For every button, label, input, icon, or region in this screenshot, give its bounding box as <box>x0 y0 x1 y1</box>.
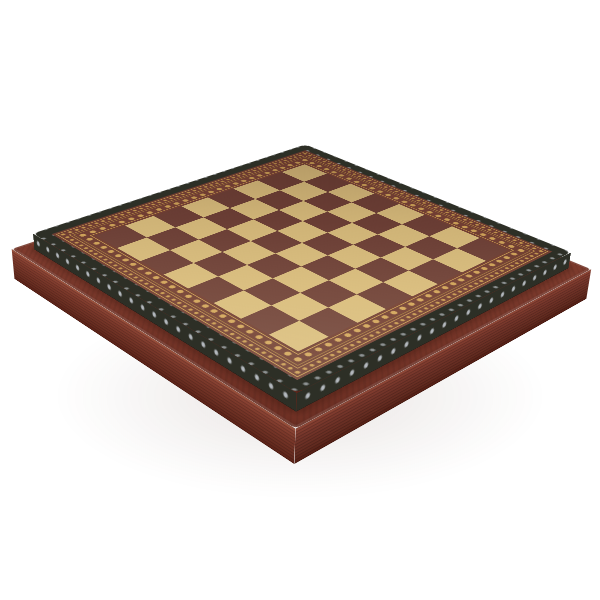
square-g5 <box>355 257 409 282</box>
square-h1 <box>269 321 329 352</box>
square-g4 <box>328 268 383 294</box>
square-e3 <box>247 254 301 279</box>
square-e4 <box>275 243 328 267</box>
square-h7 <box>433 248 486 272</box>
square-f5 <box>328 245 381 269</box>
square-c1 <box>140 250 194 275</box>
square-g1 <box>241 305 300 334</box>
square-b1 <box>117 237 170 261</box>
square-h6 <box>409 259 463 284</box>
square-h3 <box>328 294 385 322</box>
board-3d-wrapper <box>0 0 600 600</box>
square-d1 <box>163 263 218 289</box>
product-photo <box>0 0 600 600</box>
square-e1 <box>188 276 244 303</box>
square-h5 <box>383 270 438 296</box>
board-surface <box>33 145 571 393</box>
chessboard-assembly <box>12 152 591 429</box>
square-d3 <box>223 241 276 265</box>
square-h4 <box>356 282 412 309</box>
